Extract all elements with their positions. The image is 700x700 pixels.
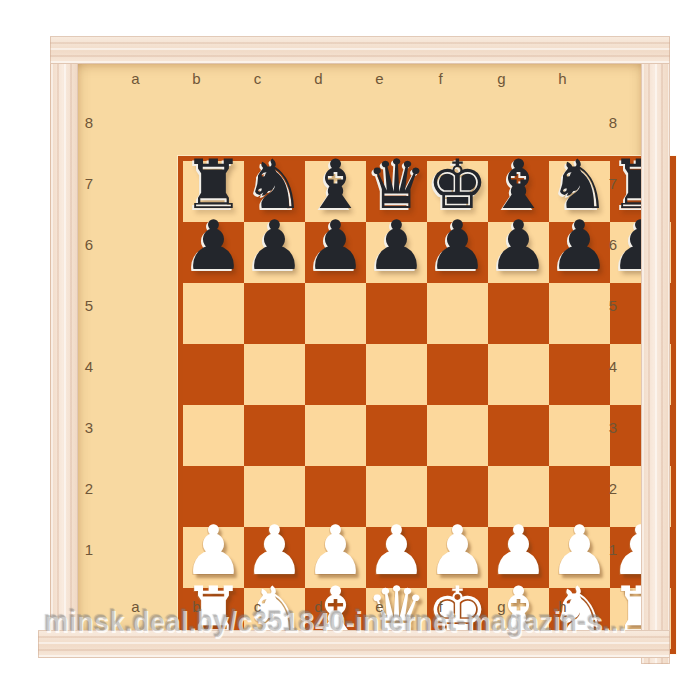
square-a8[interactable]: ♜ (183, 161, 244, 222)
black-king: ♚ (427, 154, 488, 215)
square-e6[interactable] (427, 283, 488, 344)
rank-labels-right: 87654321 (602, 92, 624, 580)
square-e8[interactable]: ♚ (427, 161, 488, 222)
rank-label-2: 2 (78, 458, 100, 519)
square-a6[interactable] (183, 283, 244, 344)
product-photo: ♜♞♝♛♚♝♞♜♟♟♟♟♟♟♟♟♟♟♟♟♟♟♟♟♜♞♝♛♚♝♞♜ abcdefg… (0, 0, 700, 700)
square-c6[interactable] (305, 283, 366, 344)
file-label-h: h (532, 68, 593, 88)
square-d6[interactable] (366, 283, 427, 344)
rank-label-3: 3 (78, 397, 100, 458)
square-c4[interactable] (305, 405, 366, 466)
rank-label-4: 4 (78, 336, 100, 397)
white-pawn: ♟ (488, 520, 549, 581)
black-pawn: ♟ (366, 215, 427, 276)
file-label-e: e (349, 68, 410, 88)
black-knight: ♞ (244, 154, 305, 215)
rank-label-4: 4 (602, 336, 624, 397)
black-pawn: ♟ (244, 215, 305, 276)
rank-labels-left: 87654321 (78, 92, 100, 580)
white-pawn: ♟ (427, 520, 488, 581)
rank-label-7: 7 (602, 153, 624, 214)
square-f2[interactable]: ♟ (488, 527, 549, 588)
square-c8[interactable]: ♝ (305, 161, 366, 222)
square-e2[interactable]: ♟ (427, 527, 488, 588)
square-e4[interactable] (427, 405, 488, 466)
square-e5[interactable] (427, 344, 488, 405)
square-e7[interactable]: ♟ (427, 222, 488, 283)
square-g3[interactable] (549, 466, 610, 527)
black-bishop: ♝ (305, 154, 366, 215)
white-pawn: ♟ (366, 520, 427, 581)
square-f3[interactable] (488, 466, 549, 527)
square-b3[interactable] (244, 466, 305, 527)
black-queen: ♛ (366, 154, 427, 215)
square-b2[interactable]: ♟ (244, 527, 305, 588)
rank-label-6: 6 (602, 214, 624, 275)
square-f5[interactable] (488, 344, 549, 405)
watermark-url: minsk.deal.by/c351840-internet-magazin-s… (44, 605, 626, 638)
square-g7[interactable]: ♟ (549, 222, 610, 283)
file-label-d: d (288, 68, 349, 88)
square-a3[interactable] (183, 466, 244, 527)
wood-frame-right-rail (641, 36, 670, 664)
square-f8[interactable]: ♝ (488, 161, 549, 222)
black-knight: ♞ (549, 154, 610, 215)
rank-label-5: 5 (78, 275, 100, 336)
rank-label-7: 7 (78, 153, 100, 214)
square-d7[interactable]: ♟ (366, 222, 427, 283)
file-label-f: f (410, 68, 471, 88)
board-surface: ♜♞♝♛♚♝♞♜♟♟♟♟♟♟♟♟♟♟♟♟♟♟♟♟♜♞♝♛♚♝♞♜ (78, 64, 642, 630)
black-bishop: ♝ (488, 154, 549, 215)
white-pawn: ♟ (244, 520, 305, 581)
rank-label-6: 6 (78, 214, 100, 275)
black-pawn: ♟ (305, 215, 366, 276)
square-b4[interactable] (244, 405, 305, 466)
square-b6[interactable] (244, 283, 305, 344)
file-label-b: b (166, 68, 227, 88)
file-label-g: g (471, 68, 532, 88)
square-e3[interactable] (427, 466, 488, 527)
square-c7[interactable]: ♟ (305, 222, 366, 283)
square-c2[interactable]: ♟ (305, 527, 366, 588)
rank-label-8: 8 (78, 92, 100, 153)
white-pawn: ♟ (183, 520, 244, 581)
square-c3[interactable] (305, 466, 366, 527)
square-a5[interactable] (183, 344, 244, 405)
square-a7[interactable]: ♟ (183, 222, 244, 283)
square-d2[interactable]: ♟ (366, 527, 427, 588)
rank-label-1: 1 (602, 519, 624, 580)
rank-label-1: 1 (78, 519, 100, 580)
black-pawn: ♟ (549, 215, 610, 276)
rank-label-3: 3 (602, 397, 624, 458)
file-label-a: a (105, 68, 166, 88)
rank-label-8: 8 (602, 92, 624, 153)
rank-label-2: 2 (602, 458, 624, 519)
white-pawn: ♟ (549, 520, 610, 581)
file-label-c: c (227, 68, 288, 88)
square-g5[interactable] (549, 344, 610, 405)
black-pawn: ♟ (427, 215, 488, 276)
square-d8[interactable]: ♛ (366, 161, 427, 222)
square-b8[interactable]: ♞ (244, 161, 305, 222)
square-a2[interactable]: ♟ (183, 527, 244, 588)
square-f6[interactable] (488, 283, 549, 344)
black-rook: ♜ (183, 154, 244, 215)
black-pawn: ♟ (488, 215, 549, 276)
wood-frame-top-bar (50, 36, 670, 64)
square-b5[interactable] (244, 344, 305, 405)
square-d5[interactable] (366, 344, 427, 405)
wood-frame-left-rail (50, 36, 78, 658)
square-f7[interactable]: ♟ (488, 222, 549, 283)
white-pawn: ♟ (305, 520, 366, 581)
square-a4[interactable] (183, 405, 244, 466)
square-c5[interactable] (305, 344, 366, 405)
file-labels-top: abcdefgh (105, 68, 593, 88)
square-g6[interactable] (549, 283, 610, 344)
square-d4[interactable] (366, 405, 427, 466)
square-g2[interactable]: ♟ (549, 527, 610, 588)
square-g4[interactable] (549, 405, 610, 466)
square-d3[interactable] (366, 466, 427, 527)
black-pawn: ♟ (183, 215, 244, 276)
square-f4[interactable] (488, 405, 549, 466)
square-g8[interactable]: ♞ (549, 161, 610, 222)
rank-label-5: 5 (602, 275, 624, 336)
square-b7[interactable]: ♟ (244, 222, 305, 283)
